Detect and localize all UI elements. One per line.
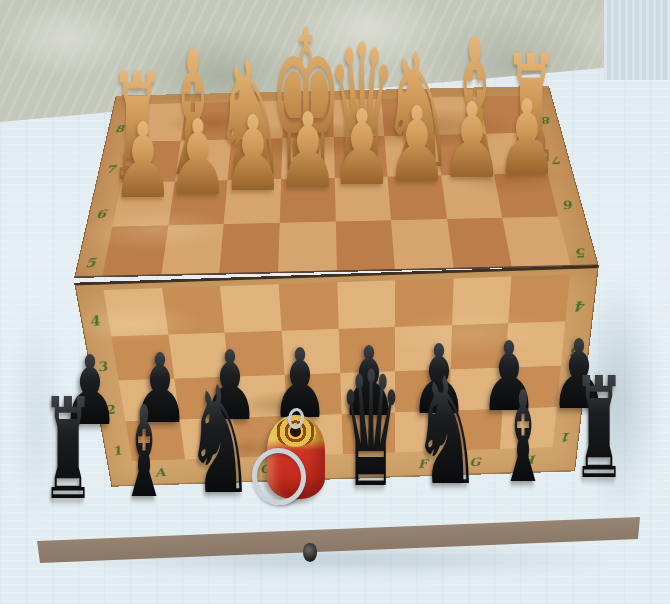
square-b5[interactable] bbox=[161, 224, 224, 274]
piece-white-pawn-a7[interactable]: ♟ bbox=[111, 109, 174, 213]
piece-black-queen-e1[interactable]: ♛ bbox=[339, 350, 404, 510]
matryoshka-keychain-piece-d1[interactable] bbox=[267, 415, 325, 499]
square-a4[interactable] bbox=[104, 288, 168, 336]
piece-white-pawn-b7[interactable]: ♟ bbox=[166, 106, 229, 210]
rank-label-4-left: 4 bbox=[87, 314, 101, 328]
rank-label-6-left: 6 bbox=[95, 208, 106, 220]
rank-label-4-right: 4 bbox=[575, 298, 586, 312]
rank-label-6-right: 6 bbox=[562, 198, 575, 209]
square-c5[interactable] bbox=[219, 223, 279, 273]
square-g4[interactable] bbox=[452, 277, 512, 325]
square-h5[interactable] bbox=[503, 217, 571, 267]
board-clasp bbox=[303, 543, 317, 562]
piece-black-bishop-g1[interactable]: ♝ bbox=[499, 375, 546, 501]
piece-black-knight-c1[interactable]: ♞ bbox=[185, 367, 254, 515]
square-h4[interactable] bbox=[509, 275, 570, 323]
square-g5[interactable] bbox=[447, 218, 512, 268]
square-d4[interactable] bbox=[278, 282, 338, 330]
piece-white-pawn-c7[interactable]: ♟ bbox=[221, 103, 284, 207]
rank-label-5-left: 5 bbox=[85, 257, 97, 270]
piece-black-rook-a1[interactable]: ♜ bbox=[42, 380, 95, 520]
square-a5[interactable] bbox=[102, 226, 168, 276]
piece-black-bishop-b1[interactable]: ♝ bbox=[120, 390, 167, 516]
square-c4[interactable] bbox=[220, 284, 281, 332]
square-e5[interactable] bbox=[335, 220, 395, 270]
square-d5[interactable] bbox=[278, 222, 337, 272]
rank-label-1-right: 1 bbox=[562, 430, 572, 442]
rank-label-5-right: 5 bbox=[574, 246, 588, 259]
wall-strip bbox=[604, 0, 670, 80]
piece-black-rook-h1[interactable]: ♜ bbox=[573, 359, 626, 499]
square-e4[interactable] bbox=[337, 280, 395, 328]
piece-white-pawn-h7[interactable]: ♟ bbox=[495, 86, 558, 190]
square-f4[interactable] bbox=[395, 278, 453, 326]
square-b4[interactable] bbox=[162, 286, 225, 334]
square-f5[interactable] bbox=[391, 219, 453, 269]
chess-photo-scene: 88776655 44332211ABCDEFGH ♜♝♞♚♛♞♝♜♟♟♟♟♟♟… bbox=[0, 0, 670, 604]
piece-black-knight-f1[interactable]: ♞ bbox=[413, 358, 482, 506]
